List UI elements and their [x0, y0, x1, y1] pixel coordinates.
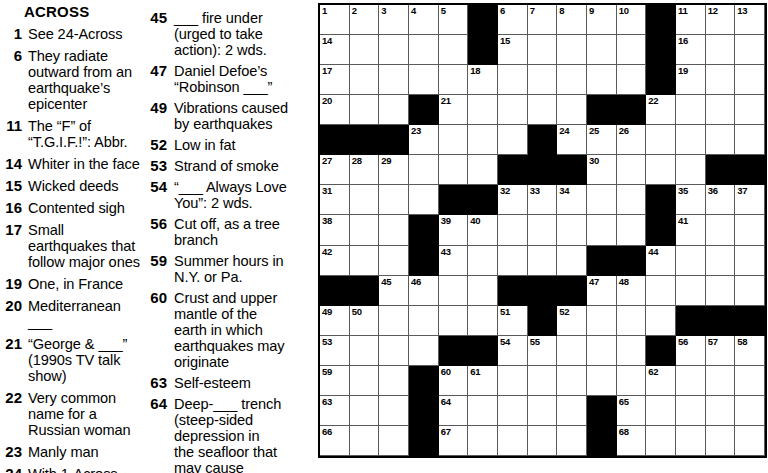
grid-cell[interactable]: 13: [735, 5, 765, 35]
clue-text: Strand of smoke: [174, 158, 308, 174]
cell-number: 20: [322, 95, 332, 106]
cell-number: 54: [500, 336, 510, 347]
grid-cell[interactable]: [409, 306, 439, 336]
grid-cell[interactable]: [468, 276, 498, 306]
grid-cell[interactable]: [379, 426, 409, 456]
grid-cell[interactable]: [379, 35, 409, 65]
clue-number: 15: [2, 178, 28, 194]
grid-cell[interactable]: [676, 155, 706, 185]
black-cell: [646, 215, 676, 245]
grid-cell[interactable]: [617, 65, 647, 95]
grid-cell[interactable]: 45: [379, 276, 409, 306]
grid-cell[interactable]: [379, 366, 409, 396]
grid-cell[interactable]: [587, 35, 617, 65]
grid-cell[interactable]: [498, 125, 528, 155]
grid-cell[interactable]: [379, 95, 409, 125]
grid-cell[interactable]: [350, 246, 380, 276]
clue-number: 16: [2, 200, 28, 216]
grid-cell[interactable]: 37: [735, 185, 765, 215]
grid-cell[interactable]: 68: [617, 426, 647, 456]
clue-item: 16Contented sigh: [2, 200, 152, 216]
black-cell: [587, 246, 617, 276]
grid-cell[interactable]: 3: [379, 5, 409, 35]
grid-cell[interactable]: [617, 155, 647, 185]
grid-cell[interactable]: 40: [468, 215, 498, 245]
cell-number: 67: [441, 426, 451, 437]
clue-number: 1: [2, 26, 28, 42]
grid-cell[interactable]: 64: [439, 396, 469, 426]
across-header: ACROSS: [24, 3, 152, 20]
grid-cell[interactable]: [617, 215, 647, 245]
grid-cell[interactable]: [706, 246, 736, 276]
grid-cell[interactable]: [706, 426, 736, 456]
cell-number: 44: [648, 246, 658, 257]
grid-cell[interactable]: [587, 306, 617, 336]
grid-cell[interactable]: 67: [439, 426, 469, 456]
black-cell: [468, 5, 498, 35]
clue-item: 6They radiate outward from an earthquake…: [2, 48, 152, 112]
grid-cell[interactable]: [439, 276, 469, 306]
grid-cell[interactable]: [350, 336, 380, 366]
grid-cell[interactable]: [498, 246, 528, 276]
grid-cell[interactable]: 39: [439, 215, 469, 245]
grid-cell[interactable]: [379, 336, 409, 366]
grid-cell[interactable]: 2: [350, 5, 380, 35]
grid-cell[interactable]: [439, 35, 469, 65]
grid-cell[interactable]: [587, 185, 617, 215]
grid-cell[interactable]: [617, 366, 647, 396]
grid-cell[interactable]: [528, 396, 558, 426]
black-cell: [409, 246, 439, 276]
clue-text: One, in France: [28, 276, 152, 292]
cell-number: 52: [559, 306, 569, 317]
cell-number: 31: [322, 185, 332, 196]
clue-number: 24: [2, 466, 28, 473]
grid-cell[interactable]: [646, 426, 676, 456]
grid-cell[interactable]: [706, 396, 736, 426]
grid-cell[interactable]: [735, 276, 765, 306]
grid-cell[interactable]: 17: [320, 65, 350, 95]
grid-cell[interactable]: 51: [498, 306, 528, 336]
grid-cell[interactable]: [528, 426, 558, 456]
clue-text: The “F” of “T.G.I.F.!”: Abbr.: [28, 118, 152, 150]
grid-cell[interactable]: [498, 426, 528, 456]
grid-cell[interactable]: [617, 35, 647, 65]
cell-number: 12: [708, 5, 718, 16]
grid-cell[interactable]: [735, 426, 765, 456]
grid-cell[interactable]: [557, 396, 587, 426]
grid-cell[interactable]: [706, 215, 736, 245]
cell-number: 56: [678, 336, 688, 347]
grid-cell[interactable]: 54: [498, 336, 528, 366]
black-cell: [706, 306, 736, 336]
cell-number: 65: [619, 396, 629, 407]
grid-cell[interactable]: 22: [646, 95, 676, 125]
grid-cell[interactable]: 1: [320, 5, 350, 35]
grid-cell[interactable]: [587, 215, 617, 245]
grid-cell[interactable]: 47: [587, 276, 617, 306]
clue-number: 53: [150, 158, 174, 174]
grid-cell[interactable]: [557, 366, 587, 396]
black-cell: [587, 426, 617, 456]
grid-cell[interactable]: [528, 246, 558, 276]
grid-cell[interactable]: [498, 215, 528, 245]
clues-left-column: ACROSS 1See 24-Across6They radiate outwa…: [2, 3, 152, 473]
black-cell: [498, 155, 528, 185]
grid-cell[interactable]: 30: [587, 155, 617, 185]
black-cell: [735, 306, 765, 336]
grid-cell[interactable]: 24: [557, 125, 587, 155]
clue-item: 17Small earthquakes that follow major on…: [2, 222, 152, 270]
grid-cell[interactable]: 62: [646, 366, 676, 396]
grid-cell[interactable]: [735, 246, 765, 276]
cell-number: 26: [619, 125, 629, 136]
grid-cell[interactable]: [557, 35, 587, 65]
grid-cell[interactable]: 36: [706, 185, 736, 215]
cell-number: 15: [500, 35, 510, 46]
black-cell: [528, 125, 558, 155]
grid-cell[interactable]: [350, 65, 380, 95]
grid-cell[interactable]: 8: [557, 5, 587, 35]
grid-cell[interactable]: 53: [320, 336, 350, 366]
clue-number: 23: [2, 444, 28, 460]
cell-number: 47: [589, 276, 599, 287]
clue-item: 52Low in fat: [150, 137, 308, 153]
cell-number: 50: [352, 306, 362, 317]
black-cell: [439, 336, 469, 366]
grid-cell[interactable]: [735, 215, 765, 245]
clue-number: 60: [150, 290, 174, 370]
clue-item: 45___ fire under (urged to take action):…: [150, 10, 308, 58]
grid-cell[interactable]: [735, 95, 765, 125]
grid-cell[interactable]: [557, 336, 587, 366]
grid-cell[interactable]: [735, 35, 765, 65]
grid-cell[interactable]: 12: [706, 5, 736, 35]
grid-cell[interactable]: [379, 215, 409, 245]
grid-cell[interactable]: 48: [617, 276, 647, 306]
clue-text: ___ fire under (urged to take action): 2…: [174, 10, 308, 58]
grid-cell[interactable]: 26: [617, 125, 647, 155]
grid-cell[interactable]: [676, 426, 706, 456]
clue-text: Crust and upper mantle of the earth in w…: [174, 290, 308, 370]
grid-cell[interactable]: 49: [320, 306, 350, 336]
clue-text: Low in fat: [174, 137, 308, 153]
cell-number: 1: [322, 5, 327, 16]
grid-cell[interactable]: 7: [528, 5, 558, 35]
grid-cell[interactable]: 38: [320, 215, 350, 245]
grid-cell[interactable]: [350, 95, 380, 125]
grid-cell[interactable]: [439, 155, 469, 185]
black-cell: [706, 155, 736, 185]
grid-cell[interactable]: 52: [557, 306, 587, 336]
grid-cell[interactable]: 23: [409, 125, 439, 155]
cell-number: 35: [678, 185, 688, 196]
cell-number: 32: [500, 185, 510, 196]
cell-number: 49: [322, 306, 332, 317]
cell-number: 4: [411, 5, 416, 16]
grid-cell[interactable]: [735, 65, 765, 95]
grid-cell[interactable]: [557, 95, 587, 125]
grid-cell[interactable]: [735, 366, 765, 396]
grid-cell[interactable]: [379, 65, 409, 95]
grid-cell[interactable]: 11: [676, 5, 706, 35]
grid-cell[interactable]: [528, 35, 558, 65]
grid-cell[interactable]: [676, 246, 706, 276]
cell-number: 68: [619, 426, 629, 437]
grid-cell[interactable]: 21: [439, 95, 469, 125]
grid-cell[interactable]: [409, 35, 439, 65]
grid-cell[interactable]: [706, 276, 736, 306]
cell-number: 46: [411, 276, 421, 287]
cell-number: 16: [678, 35, 688, 46]
grid-cell[interactable]: [528, 366, 558, 396]
black-cell: [409, 426, 439, 456]
grid-cell[interactable]: [676, 366, 706, 396]
black-cell: [409, 396, 439, 426]
grid-cell[interactable]: [706, 95, 736, 125]
grid-cell[interactable]: 61: [468, 366, 498, 396]
grid-cell[interactable]: [468, 95, 498, 125]
clue-item: 60Crust and upper mantle of the earth in…: [150, 290, 308, 370]
grid-cell[interactable]: [646, 306, 676, 336]
cell-number: 17: [322, 65, 332, 76]
grid-cell[interactable]: [646, 125, 676, 155]
grid-cell[interactable]: [409, 65, 439, 95]
black-cell: [617, 246, 647, 276]
cell-number: 60: [441, 366, 451, 377]
black-cell: [528, 306, 558, 336]
black-cell: [468, 35, 498, 65]
grid-cell[interactable]: [498, 366, 528, 396]
grid-cell[interactable]: [587, 366, 617, 396]
clue-text: Daniel Defoe’s “Robinson ___”: [174, 63, 308, 95]
clue-text: With 1-Across, ...: [28, 466, 152, 473]
cell-number: 10: [619, 5, 629, 16]
black-cell: [409, 366, 439, 396]
grid-cell[interactable]: [676, 95, 706, 125]
clue-text: “George & ___” (1990s TV talk show): [28, 336, 152, 384]
cell-number: 63: [322, 396, 332, 407]
black-cell: [646, 35, 676, 65]
grid-cell[interactable]: [587, 336, 617, 366]
cell-number: 11: [678, 5, 687, 16]
grid-cell[interactable]: 57: [706, 336, 736, 366]
grid-cell[interactable]: 16: [676, 35, 706, 65]
grid-cell[interactable]: [409, 336, 439, 366]
grid-cell[interactable]: [706, 65, 736, 95]
grid-cell[interactable]: [617, 306, 647, 336]
black-cell: [350, 125, 380, 155]
clue-item: 49Vibrations caused by earthquakes: [150, 100, 308, 132]
grid-cell[interactable]: 25: [587, 125, 617, 155]
clue-number: 47: [150, 63, 174, 95]
clue-number: 14: [2, 156, 28, 172]
clue-item: 23Manly man: [2, 444, 152, 460]
black-cell: [350, 276, 380, 306]
cell-number: 57: [708, 336, 718, 347]
cell-number: 7: [530, 5, 535, 16]
grid-cell[interactable]: [735, 396, 765, 426]
cell-number: 28: [352, 155, 362, 166]
grid-cell[interactable]: [528, 95, 558, 125]
grid-cell[interactable]: [646, 155, 676, 185]
grid-cell[interactable]: 20: [320, 95, 350, 125]
clue-item: 47Daniel Defoe’s “Robinson ___”: [150, 63, 308, 95]
clue-item: 56Cut off, as a tree branch: [150, 216, 308, 248]
cell-number: 40: [470, 215, 480, 226]
grid-cell[interactable]: 44: [646, 246, 676, 276]
grid-cell[interactable]: [557, 65, 587, 95]
grid-cell[interactable]: [439, 125, 469, 155]
cell-number: 64: [441, 396, 451, 407]
cell-number: 8: [559, 5, 564, 16]
cell-number: 59: [322, 366, 332, 377]
black-cell: [320, 125, 350, 155]
grid-cell[interactable]: 43: [439, 246, 469, 276]
grid-cell[interactable]: 50: [350, 306, 380, 336]
grid-cell[interactable]: 32: [498, 185, 528, 215]
grid-cell[interactable]: 18: [468, 65, 498, 95]
grid-cell[interactable]: [468, 125, 498, 155]
grid-cell[interactable]: 34: [557, 185, 587, 215]
grid-cell[interactable]: [617, 336, 647, 366]
grid-cell[interactable]: 42: [320, 246, 350, 276]
grid-cell[interactable]: [350, 215, 380, 245]
grid-cell[interactable]: 35: [676, 185, 706, 215]
cell-number: 30: [589, 155, 599, 166]
grid-cell[interactable]: [528, 65, 558, 95]
clue-text: Whiter in the face: [28, 156, 152, 172]
clue-item: 53Strand of smoke: [150, 158, 308, 174]
cell-number: 29: [381, 155, 391, 166]
grid-cell[interactable]: [379, 306, 409, 336]
grid-cell[interactable]: 4: [409, 5, 439, 35]
grid-cell[interactable]: [557, 246, 587, 276]
black-cell: [557, 276, 587, 306]
grid-cell[interactable]: [676, 396, 706, 426]
grid-cell[interactable]: [617, 185, 647, 215]
grid-cell[interactable]: [498, 396, 528, 426]
black-cell: [409, 215, 439, 245]
cell-number: 36: [708, 185, 718, 196]
clue-item: 64Deep-___ trench (steep-sided depressio…: [150, 396, 308, 473]
grid-cell[interactable]: 46: [409, 276, 439, 306]
grid-cell[interactable]: [468, 396, 498, 426]
grid-cell[interactable]: 9: [587, 5, 617, 35]
grid-cell[interactable]: 14: [320, 35, 350, 65]
grid-cell[interactable]: 15: [498, 35, 528, 65]
grid-cell[interactable]: [557, 215, 587, 245]
cell-number: 22: [648, 95, 658, 106]
grid-cell[interactable]: [439, 65, 469, 95]
grid-cell[interactable]: [676, 276, 706, 306]
grid-cell[interactable]: [379, 246, 409, 276]
cell-number: 21: [441, 95, 451, 106]
grid-cell[interactable]: [706, 125, 736, 155]
grid-cell[interactable]: 10: [617, 5, 647, 35]
grid-cell[interactable]: 6: [498, 5, 528, 35]
grid-cell[interactable]: 63: [320, 396, 350, 426]
grid-cell[interactable]: [379, 396, 409, 426]
clue-number: 6: [2, 48, 28, 112]
black-cell: [646, 185, 676, 215]
cell-number: 3: [381, 5, 386, 16]
grid-cell[interactable]: [676, 125, 706, 155]
grid-cell[interactable]: [350, 185, 380, 215]
grid-cell[interactable]: [439, 306, 469, 336]
grid-cell[interactable]: 60: [439, 366, 469, 396]
grid-cell[interactable]: [350, 366, 380, 396]
clue-text: See 24-Across: [28, 26, 152, 42]
clue-item: 59Summer hours in N.Y. or Pa.: [150, 253, 308, 285]
clue-item: 19One, in France: [2, 276, 152, 292]
cell-number: 14: [322, 35, 332, 46]
grid-cell[interactable]: [468, 306, 498, 336]
grid-cell[interactable]: [379, 185, 409, 215]
grid-cell[interactable]: [409, 155, 439, 185]
grid-cell[interactable]: [468, 426, 498, 456]
clue-item: 15Wicked deeds: [2, 178, 152, 194]
grid-cell[interactable]: [557, 426, 587, 456]
cell-number: 61: [470, 366, 480, 377]
grid-cell[interactable]: [706, 366, 736, 396]
clue-text: Contented sigh: [28, 200, 152, 216]
cell-number: 33: [530, 185, 540, 196]
grid-cell[interactable]: [350, 396, 380, 426]
grid-cell[interactable]: 56: [676, 336, 706, 366]
grid-cell[interactable]: [350, 426, 380, 456]
grid-cell[interactable]: 55: [528, 336, 558, 366]
grid-cell[interactable]: [646, 396, 676, 426]
cell-number: 55: [530, 336, 540, 347]
grid-cell[interactable]: 27: [320, 155, 350, 185]
cell-number: 43: [441, 246, 451, 257]
grid-cell[interactable]: [735, 125, 765, 155]
clue-text: They radiate outward from an earthquake’…: [28, 48, 152, 112]
cell-number: 34: [559, 185, 569, 196]
cell-number: 38: [322, 215, 332, 226]
grid-cell[interactable]: [468, 246, 498, 276]
grid-cell[interactable]: [498, 65, 528, 95]
grid-cell[interactable]: [468, 155, 498, 185]
grid-cell[interactable]: 31: [320, 185, 350, 215]
grid-cell[interactable]: 19: [676, 65, 706, 95]
grid-cell[interactable]: 41: [676, 215, 706, 245]
grid-cell[interactable]: 5: [439, 5, 469, 35]
black-cell: [320, 276, 350, 306]
grid-cell[interactable]: [706, 35, 736, 65]
grid-cell[interactable]: 28: [350, 155, 380, 185]
grid-cell[interactable]: 66: [320, 426, 350, 456]
grid-cell[interactable]: [409, 185, 439, 215]
clue-text: Cut off, as a tree branch: [174, 216, 308, 248]
cell-number: 19: [678, 65, 688, 76]
clue-item: 20Mediterranean ___: [2, 298, 152, 330]
grid-cell[interactable]: 58: [735, 336, 765, 366]
grid-cell[interactable]: [498, 95, 528, 125]
clue-item: 21“George & ___” (1990s TV talk show): [2, 336, 152, 384]
grid-cell[interactable]: [646, 276, 676, 306]
grid-cell[interactable]: [587, 65, 617, 95]
cell-number: 45: [381, 276, 391, 287]
grid-cell[interactable]: [528, 215, 558, 245]
grid-cell[interactable]: 33: [528, 185, 558, 215]
grid-cell[interactable]: 59: [320, 366, 350, 396]
clue-item: 63Self-esteem: [150, 375, 308, 391]
grid-cell[interactable]: 65: [617, 396, 647, 426]
grid-cell[interactable]: [350, 35, 380, 65]
grid-cell[interactable]: 29: [379, 155, 409, 185]
